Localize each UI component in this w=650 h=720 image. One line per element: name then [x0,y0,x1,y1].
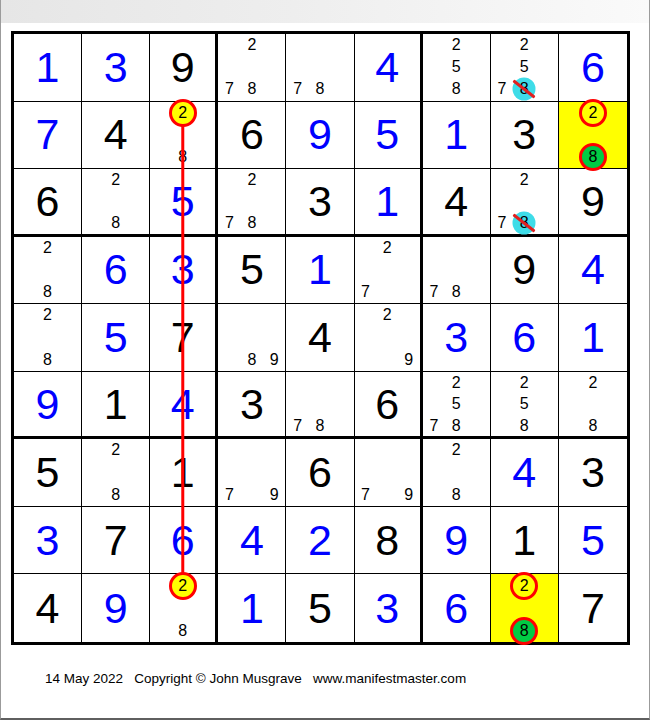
cell-r6c7[interactable]: 2578 [423,372,491,440]
value-r3c9: 9 [559,169,627,234]
cand-r1c4-2: 2 [241,34,263,56]
cell-r5c7[interactable]: 3 [423,304,491,372]
cand-r7c7-2: 2 [445,439,467,461]
cell-r7c3[interactable]: 1 [150,439,218,507]
cand-r1c7-8: 8 [445,78,467,100]
cand-r7c6-9: 9 [398,484,420,506]
value-r6c6: 6 [355,372,420,437]
value-r9c1: 4 [14,574,81,642]
cand-r4c6-7: 7 [355,281,377,303]
cell-r3c3[interactable]: 5 [150,169,218,237]
cand-r3c8-2: 2 [513,169,535,191]
candidates-r3c2: 28 [82,169,149,234]
value-r4c3: 3 [150,237,215,304]
cand-r6c9-2: 2 [582,372,605,394]
cand-r5c4-8: 8 [241,349,263,371]
cell-r7c7[interactable]: 28 [423,439,491,507]
cell-r6c3[interactable]: 4 [150,372,218,440]
cell-r5c3[interactable]: 7 [150,304,218,372]
value-r2c7: 1 [423,102,490,169]
cand-digit: 8 [452,81,461,97]
value-r7c8: 4 [491,439,558,506]
cand-digit: 5 [452,396,461,412]
cand-r7c2-2: 2 [104,439,126,461]
cand-digit: 2 [520,375,529,391]
cell-r5c4[interactable]: 89 [218,304,286,372]
cell-r5c6[interactable]: 29 [355,304,423,372]
cell-r6c6[interactable]: 6 [355,372,423,440]
candidates-r9c8: 28 [491,574,558,642]
cell-r9c8[interactable]: 28 [491,574,559,642]
cell-r4c5[interactable]: 1 [286,237,354,305]
cand-digit: 9 [270,487,279,503]
cand-r4c7-8: 8 [445,281,467,303]
cand-r2c3-2: 2 [172,102,194,124]
value-r7c5: 6 [286,439,353,506]
cell-r2c4[interactable]: 6 [218,102,286,170]
value-r9c2: 9 [82,574,149,642]
candidates-r3c4: 278 [218,169,285,234]
cand-digit: 8 [43,284,52,300]
cand-digit: 2 [178,578,187,594]
cell-r9c1[interactable]: 4 [14,574,82,642]
cell-r3c8[interactable]: 278 [491,169,559,237]
cand-r1c4-8: 8 [241,78,263,100]
cand-r3c8-7: 7 [491,212,513,234]
candidates-r7c2: 28 [82,439,149,506]
candidates-r2c9: 28 [559,102,627,169]
cell-r7c1[interactable]: 5 [14,439,82,507]
value-r8c8: 1 [491,507,558,574]
cell-r1c7[interactable]: 258 [423,34,491,102]
cand-r6c9-8: 8 [582,415,605,437]
value-r6c4: 3 [218,372,285,437]
cand-digit: 8 [247,81,256,97]
cand-digit: 8 [452,284,461,300]
cand-digit: 9 [404,352,413,368]
candidates-r6c7: 2578 [423,372,490,437]
value-r2c5: 9 [286,102,353,169]
cell-r5c1[interactable]: 28 [14,304,82,372]
cand-r1c4-7: 7 [218,78,240,100]
cand-digit: 2 [247,37,256,53]
cell-r2c5[interactable]: 9 [286,102,354,170]
candidates-r1c4: 278 [218,34,285,101]
cell-r3c7[interactable]: 4 [423,169,491,237]
cand-r1c5-8: 8 [309,78,331,100]
cell-r3c5[interactable]: 3 [286,169,354,237]
cand-digit: 2 [520,37,529,53]
cell-r2c9[interactable]: 28 [559,102,627,170]
candidates-r4c6: 27 [355,237,420,304]
cand-r9c8-8: 8 [513,619,535,642]
value-r2c1: 7 [14,102,81,169]
cell-r1c9[interactable]: 6 [559,34,627,102]
cand-r1c5-7: 7 [286,78,308,100]
value-r1c3: 9 [150,34,215,101]
cell-r2c3[interactable]: 28 [150,102,218,170]
cell-r3c6[interactable]: 1 [355,169,423,237]
value-r5c5: 4 [286,304,353,371]
candidates-r5c6: 29 [355,304,420,371]
cand-digit: 2 [520,578,529,594]
cand-digit: 8 [316,81,325,97]
cell-r4c2[interactable]: 6 [82,237,150,305]
cell-r5c8[interactable]: 6 [491,304,559,372]
cand-r4c1-2: 2 [36,237,58,259]
cand-r9c3-2: 2 [172,574,194,597]
cand-digit: 7 [429,284,438,300]
cell-r2c2[interactable]: 4 [82,102,150,170]
cell-r9c7[interactable]: 6 [423,574,491,642]
cand-r5c1-8: 8 [36,349,58,371]
cell-r6c2[interactable]: 1 [82,372,150,440]
cand-r4c6-2: 2 [376,237,398,259]
cell-r2c7[interactable]: 1 [423,102,491,170]
cell-r8c6[interactable]: 8 [355,507,423,575]
cand-digit: 8 [452,487,461,503]
cell-r7c6[interactable]: 79 [355,439,423,507]
cand-digit: 2 [43,307,52,323]
value-r9c9: 7 [559,574,627,642]
cand-r2c9-2: 2 [582,102,605,124]
cand-digit: 8 [588,149,597,165]
cand-r7c4-9: 9 [263,484,285,506]
cand-digit: 7 [225,81,234,97]
value-r6c3: 4 [150,372,215,437]
value-r9c6: 3 [355,574,420,642]
cell-r1c4[interactable]: 278 [218,34,286,102]
cand-r3c4-8: 8 [241,212,263,234]
cell-r2c1[interactable]: 7 [14,102,82,170]
cand-r7c7-8: 8 [445,484,467,506]
cell-r9c9[interactable]: 7 [559,574,627,642]
cand-r9c8-2: 2 [513,574,535,597]
value-r5c3: 7 [150,304,215,371]
value-r5c9: 1 [559,304,627,371]
cand-digit: 7 [497,215,506,231]
cell-r5c2[interactable]: 5 [82,304,150,372]
cell-r8c4[interactable]: 4 [218,507,286,575]
candidates-r1c5: 78 [286,34,353,101]
value-r4c8: 9 [491,237,558,304]
cand-r5c6-2: 2 [376,304,398,326]
cell-r1c2[interactable]: 3 [82,34,150,102]
cand-digit: 2 [247,172,256,188]
value-r1c1: 1 [14,34,81,101]
candidates-r3c8: 278 [491,169,558,234]
cand-r1c7-5: 5 [445,56,467,78]
cand-r1c8-5: 5 [513,56,535,78]
value-r8c4: 4 [218,507,285,574]
cell-r6c1[interactable]: 9 [14,372,82,440]
cell-r8c1[interactable]: 3 [14,507,82,575]
cell-r3c4[interactable]: 278 [218,169,286,237]
cand-digit: 5 [520,59,529,75]
cell-r1c6[interactable]: 4 [355,34,423,102]
cand-digit: 7 [497,81,506,97]
candidates-r7c4: 79 [218,439,285,506]
value-r9c7: 6 [423,574,490,642]
cell-r4c4[interactable]: 5 [218,237,286,305]
footer-text: 14 May 2022 Copyright © John Musgrave ww… [45,671,466,686]
cand-digit: 8 [520,623,529,639]
cand-r3c2-8: 8 [104,212,126,234]
cell-r6c9[interactable]: 28 [559,372,627,440]
cand-r6c7-2: 2 [445,372,467,394]
value-r9c4: 1 [218,574,285,642]
value-r8c2: 7 [82,507,149,574]
cell-r7c5[interactable]: 6 [286,439,354,507]
candidates-r1c8: 2578 [491,34,558,101]
cand-r6c7-7: 7 [423,415,445,437]
cand-digit: 8 [588,418,597,434]
value-r3c7: 4 [423,169,490,234]
cand-digit: 5 [520,396,529,412]
cell-r4c9[interactable]: 4 [559,237,627,305]
cell-r2c6[interactable]: 5 [355,102,423,170]
candidates-r6c8: 258 [491,372,558,437]
value-r8c7: 9 [423,507,490,574]
cand-r1c8-7: 7 [491,78,513,100]
cand-r5c4-9: 9 [263,349,285,371]
cand-r2c9-8: 8 [582,146,605,168]
cand-digit: 2 [452,442,461,458]
cand-digit: 8 [452,418,461,434]
value-r2c8: 3 [491,102,558,169]
cell-r6c4[interactable]: 3 [218,372,286,440]
value-r6c1: 9 [14,372,81,437]
value-r8c9: 5 [559,507,627,574]
cand-r3c8-8: 8 [513,212,535,234]
cand-digit: 2 [111,172,120,188]
value-r2c2: 4 [82,102,149,169]
value-r5c7: 3 [423,304,490,371]
cell-r8c7[interactable]: 9 [423,507,491,575]
cand-r6c5-7: 7 [286,415,308,437]
cell-r9c6[interactable]: 3 [355,574,423,642]
value-r5c2: 5 [82,304,149,371]
value-r9c5: 5 [286,574,353,642]
cand-digit: 8 [520,418,529,434]
cand-digit: 2 [588,105,597,121]
value-r3c5: 3 [286,169,353,234]
cand-digit: 8 [43,352,52,368]
cand-digit: 2 [383,307,392,323]
cand-r6c7-8: 8 [445,415,467,437]
cell-r1c3[interactable]: 9 [150,34,218,102]
cand-r7c6-7: 7 [355,484,377,506]
cand-digit: 7 [225,215,234,231]
value-r2c4: 6 [218,102,285,169]
cand-digit: 8 [111,487,120,503]
candidates-r5c4: 89 [218,304,285,371]
cell-r9c4[interactable]: 1 [218,574,286,642]
cand-r6c7-5: 5 [445,393,467,415]
sudoku-board: 1392787842582578674286951328628527831427… [11,31,630,645]
cand-r5c6-9: 9 [398,349,420,371]
cand-digit: 7 [225,487,234,503]
cand-r7c4-7: 7 [218,484,240,506]
candidates-r1c7: 258 [423,34,490,101]
cand-digit: 2 [452,37,461,53]
value-r8c3: 6 [150,507,215,574]
value-r3c3: 5 [150,169,215,234]
cand-digit: 2 [452,375,461,391]
cell-r5c5[interactable]: 4 [286,304,354,372]
cand-r1c8-8: 8 [513,78,535,100]
window: 1392787842582578674286951328628527831427… [0,0,650,720]
cell-r7c8[interactable]: 4 [491,439,559,507]
candidates-r6c9: 28 [559,372,627,437]
cell-r4c8[interactable]: 9 [491,237,559,305]
value-r8c6: 8 [355,507,420,574]
cell-r1c1[interactable]: 1 [14,34,82,102]
value-r3c1: 6 [14,169,81,234]
value-r1c6: 4 [355,34,420,101]
cand-digit: 2 [520,172,529,188]
cell-r7c4[interactable]: 79 [218,439,286,507]
candidates-r6c5: 78 [286,372,353,437]
cell-r4c1[interactable]: 28 [14,237,82,305]
cell-r8c2[interactable]: 7 [82,507,150,575]
cell-r3c1[interactable]: 6 [14,169,82,237]
cell-r4c3[interactable]: 3 [150,237,218,305]
candidates-r7c6: 79 [355,439,420,506]
cand-digit: 8 [316,418,325,434]
cell-r4c6[interactable]: 27 [355,237,423,305]
cand-r6c8-5: 5 [513,393,535,415]
cand-digit: 7 [361,284,370,300]
cand-r7c2-8: 8 [104,484,126,506]
cell-r5c9[interactable]: 1 [559,304,627,372]
value-r4c2: 6 [82,237,149,304]
cand-r6c8-2: 2 [513,372,535,394]
cand-r3c4-7: 7 [218,212,240,234]
cell-r4c7[interactable]: 78 [423,237,491,305]
cell-r8c3[interactable]: 6 [150,507,218,575]
cand-digit: 8 [247,352,256,368]
value-r7c1: 5 [14,439,81,506]
cand-r9c3-8: 8 [172,619,194,642]
cand-digit: 7 [293,81,302,97]
value-r7c9: 3 [559,439,627,506]
cand-r1c7-2: 2 [445,34,467,56]
cand-digit: 8 [247,215,256,231]
cell-r3c2[interactable]: 28 [82,169,150,237]
title-bar [1,0,649,23]
cell-r1c8[interactable]: 2578 [491,34,559,102]
cand-digit: 9 [404,487,413,503]
cand-r1c8-2: 2 [513,34,535,56]
cand-r6c5-8: 8 [309,415,331,437]
cell-r9c2[interactable]: 9 [82,574,150,642]
cand-digit: 2 [588,375,597,391]
cell-r7c2[interactable]: 28 [82,439,150,507]
cand-digit: 2 [111,442,120,458]
cell-r8c5[interactable]: 2 [286,507,354,575]
cand-digit: 8 [178,149,187,165]
cell-r8c8[interactable]: 1 [491,507,559,575]
cand-r4c7-7: 7 [423,281,445,303]
value-r4c9: 4 [559,237,627,304]
value-r8c1: 3 [14,507,81,574]
cell-r1c5[interactable]: 78 [286,34,354,102]
value-r3c6: 1 [355,169,420,234]
cand-digit: 2 [178,105,187,121]
candidates-r4c7: 78 [423,237,490,304]
cand-r5c1-2: 2 [36,304,58,326]
value-r4c4: 5 [218,237,285,304]
cand-r4c1-8: 8 [36,281,58,303]
cell-r2c8[interactable]: 3 [491,102,559,170]
cand-digit: 9 [270,352,279,368]
value-r4c5: 1 [286,237,353,304]
value-r6c2: 1 [82,372,149,437]
cand-r3c4-2: 2 [241,169,263,191]
candidates-r5c1: 28 [14,304,81,371]
cand-digit: 2 [383,240,392,256]
candidates-r9c3: 28 [150,574,215,642]
cand-digit: 8 [111,215,120,231]
cell-r8c9[interactable]: 5 [559,507,627,575]
cell-r3c9[interactable]: 9 [559,169,627,237]
cell-r6c8[interactable]: 258 [491,372,559,440]
cand-digit: 7 [361,487,370,503]
value-r8c5: 2 [286,507,353,574]
value-r1c2: 3 [82,34,149,101]
cand-digit: 2 [43,240,52,256]
candidates-r2c3: 28 [150,102,215,169]
cand-r2c3-8: 8 [172,146,194,168]
candidates-r4c1: 28 [14,237,81,304]
cand-digit: 5 [452,59,461,75]
value-r1c9: 6 [559,34,627,101]
candidates-r7c7: 28 [423,439,490,506]
cell-r7c9[interactable]: 3 [559,439,627,507]
cand-r6c8-8: 8 [513,415,535,437]
cell-r9c5[interactable]: 5 [286,574,354,642]
value-r5c8: 6 [491,304,558,371]
value-r2c6: 5 [355,102,420,169]
cell-r9c3[interactable]: 28 [150,574,218,642]
cand-digit: 8 [178,623,187,639]
cand-digit: 7 [293,418,302,434]
cand-digit: 7 [429,418,438,434]
value-r7c3: 1 [150,439,215,506]
cell-r6c5[interactable]: 78 [286,372,354,440]
cand-r3c2-2: 2 [104,169,126,191]
